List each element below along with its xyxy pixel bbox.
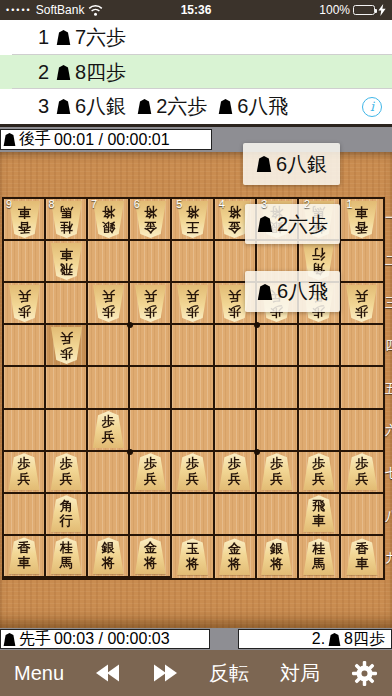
- sente-clock-bar: 先手 00:03 / 00:00:03 2. 8四歩: [0, 628, 392, 650]
- square-72[interactable]: [88, 241, 130, 283]
- square-79[interactable]: 銀将: [88, 536, 130, 578]
- square-55[interactable]: [172, 367, 214, 409]
- piece-kanji: 歩: [312, 456, 325, 471]
- piece-kanji: 歩: [144, 304, 157, 319]
- piece-kanji: 兵: [60, 471, 73, 486]
- square-61[interactable]: 金将: [130, 199, 172, 241]
- current-move-display: 2. 8四歩: [238, 629, 392, 649]
- square-68[interactable]: [130, 494, 172, 536]
- piece-kanji: 行: [60, 513, 73, 528]
- piece-香車-gote[interactable]: 香車: [8, 201, 41, 238]
- star-point: [254, 322, 260, 328]
- bottom-toolbar: Menu 反転 対局: [0, 650, 392, 696]
- piece-歩兵-gote[interactable]: 歩兵: [134, 285, 167, 322]
- square-83[interactable]: [46, 283, 88, 325]
- piece-kanji: 将: [270, 556, 283, 571]
- piece-kanji: 香: [355, 220, 368, 235]
- piece-kanji: 歩: [186, 456, 199, 471]
- piece-歩兵-sente[interactable]: 歩兵: [345, 453, 378, 490]
- piece-桂馬-gote[interactable]: 桂馬: [50, 201, 83, 238]
- piece-王将-gote[interactable]: 王将: [176, 201, 209, 238]
- star-point: [127, 449, 133, 455]
- square-34[interactable]: [257, 325, 299, 367]
- gote-piece-icon: [328, 632, 341, 647]
- piece-歩兵-sente[interactable]: 歩兵: [50, 453, 83, 490]
- piece-金将-gote[interactable]: 金将: [134, 201, 167, 238]
- piece-kanji: 銀: [102, 220, 115, 235]
- piece-kanji: 将: [102, 555, 115, 570]
- move-number: 3: [38, 95, 51, 118]
- piece-kanji: 桂: [312, 541, 325, 556]
- piece-kanji: 兵: [186, 471, 199, 486]
- piece-香車-sente[interactable]: 香車: [345, 538, 378, 575]
- piece-kanji: 兵: [355, 471, 368, 486]
- piece-金将-sente[interactable]: 金将: [134, 537, 167, 574]
- piece-歩兵-gote[interactable]: 歩兵: [176, 285, 209, 322]
- square-66[interactable]: [130, 410, 172, 452]
- square-86[interactable]: [46, 410, 88, 452]
- square-48[interactable]: [215, 494, 257, 536]
- move-text: 6八飛: [237, 93, 288, 120]
- square-81[interactable]: 桂馬: [46, 199, 88, 241]
- piece-銀将-gote[interactable]: 銀将: [92, 201, 125, 238]
- piece-歩兵-sente[interactable]: 歩兵: [176, 453, 209, 490]
- move-row-3-candidates[interactable]: 3 6八銀 2六歩 6八飛 i: [0, 89, 392, 124]
- piece-kanji: 兵: [18, 471, 31, 486]
- piece-kanji: 金: [228, 220, 241, 235]
- square-27[interactable]: 歩兵: [299, 452, 341, 494]
- square-84[interactable]: 歩兵: [46, 325, 88, 367]
- piece-kanji: 馬: [60, 205, 73, 220]
- piece-歩兵-sente[interactable]: 歩兵: [92, 411, 125, 448]
- sente-piece-icon: [256, 155, 272, 173]
- piece-kanji: 歩: [228, 456, 241, 471]
- settings-button[interactable]: [351, 660, 378, 687]
- piece-kanji: 将: [228, 205, 241, 220]
- sente-time: 00:03 / 00:00:03: [54, 630, 170, 648]
- sente-piece-icon: [218, 98, 233, 115]
- move-tooltip-68hi: 6八飛: [245, 271, 340, 312]
- sente-piece-icon: [56, 29, 71, 46]
- piece-歩兵-sente[interactable]: 歩兵: [260, 453, 293, 490]
- piece-kanji: 歩: [228, 304, 241, 319]
- gote-piece-icon: [3, 132, 16, 147]
- shogi-app-screen: ••••• SoftBank 15:36 100% 1 7六歩: [0, 0, 392, 696]
- piece-kanji: 金: [144, 540, 157, 555]
- piece-kanji: 玉: [186, 541, 199, 556]
- square-18[interactable]: [341, 494, 383, 536]
- piece-kanji: 歩: [60, 456, 73, 471]
- square-16[interactable]: [341, 410, 383, 452]
- piece-kanji: 歩: [102, 414, 115, 429]
- piece-kanji: 兵: [355, 289, 368, 304]
- piece-kanji: 歩: [270, 456, 283, 471]
- piece-kanji: 兵: [144, 471, 157, 486]
- piece-kanji: 桂: [60, 540, 73, 555]
- fast-forward-button[interactable]: [152, 664, 178, 682]
- square-11[interactable]: 香車: [341, 199, 383, 241]
- move-text: 6八銀: [75, 93, 126, 120]
- piece-kanji: 行: [312, 247, 325, 262]
- piece-kanji: 歩: [102, 304, 115, 319]
- square-92[interactable]: [4, 241, 46, 283]
- current-move-number: 2.: [312, 630, 325, 648]
- piece-kanji: 歩: [18, 456, 31, 471]
- square-95[interactable]: [4, 367, 46, 409]
- piece-香車-gote[interactable]: 香車: [345, 201, 378, 238]
- piece-歩兵-gote[interactable]: 歩兵: [50, 327, 83, 364]
- piece-kanji: 歩: [355, 456, 368, 471]
- piece-歩兵-gote[interactable]: 歩兵: [8, 285, 41, 322]
- move-text: 8四歩: [75, 59, 126, 86]
- square-56[interactable]: [172, 410, 214, 452]
- square-12[interactable]: [341, 241, 383, 283]
- square-97[interactable]: 歩兵: [4, 452, 46, 494]
- piece-kanji: 兵: [228, 471, 241, 486]
- sente-piece-icon: [257, 215, 273, 233]
- square-36[interactable]: [257, 410, 299, 452]
- piece-歩兵-sente[interactable]: 歩兵: [134, 453, 167, 490]
- tooltip-text: 6八銀: [276, 151, 327, 178]
- square-82[interactable]: 飛車: [46, 241, 88, 283]
- square-28[interactable]: 飛車: [299, 494, 341, 536]
- piece-飛車-sente[interactable]: 飛車: [302, 495, 335, 532]
- piece-kanji: 車: [18, 555, 31, 570]
- move-tooltip-68gin: 6八銀: [243, 143, 340, 185]
- piece-kanji: 王: [186, 220, 199, 235]
- square-74[interactable]: [88, 325, 130, 367]
- carrier-label: SoftBank: [36, 3, 85, 17]
- square-63[interactable]: 歩兵: [130, 283, 172, 325]
- move-list: 1 7六歩 2 8四歩 3 6八銀 2六歩: [0, 20, 392, 124]
- square-45[interactable]: [215, 367, 257, 409]
- square-25[interactable]: [299, 367, 341, 409]
- gote-time: 00:01 / 00:00:01: [54, 131, 170, 149]
- piece-香車-sente[interactable]: 香車: [8, 537, 41, 574]
- square-64[interactable]: [130, 325, 172, 367]
- piece-kanji: 兵: [312, 471, 325, 486]
- gote-clock: 後手 00:01 / 00:00:01: [0, 129, 212, 150]
- sente-piece-icon: [257, 283, 273, 301]
- square-13[interactable]: 歩兵: [341, 283, 383, 325]
- gear-icon: [351, 660, 378, 687]
- move-number: 2: [38, 61, 51, 84]
- board: 香車桂馬銀将金将王将金将銀将桂馬香車飛車角行歩兵歩兵歩兵歩兵歩兵歩兵歩兵歩兵歩兵…: [2, 197, 385, 580]
- piece-玉将-sente[interactable]: 玉将: [176, 538, 209, 575]
- piece-kanji: 将: [144, 555, 157, 570]
- square-91[interactable]: 香車: [4, 199, 46, 241]
- square-71[interactable]: 銀将: [88, 199, 130, 241]
- square-17[interactable]: 歩兵: [341, 452, 383, 494]
- move-row-2-selected[interactable]: 2 8四歩: [0, 55, 392, 90]
- battery-percent: 100%: [319, 3, 350, 17]
- battery-icon: [353, 5, 375, 15]
- piece-kanji: 歩: [186, 304, 199, 319]
- star-point: [127, 322, 133, 328]
- piece-kanji: 銀: [102, 540, 115, 555]
- piece-kanji: 金: [228, 541, 241, 556]
- tooltip-text: 2六歩: [277, 211, 328, 238]
- piece-kanji: 兵: [60, 331, 73, 346]
- square-51[interactable]: 王将: [172, 199, 214, 241]
- square-88[interactable]: 角行: [46, 494, 88, 536]
- charging-bolt-icon: [378, 4, 386, 16]
- square-67[interactable]: 歩兵: [130, 452, 172, 494]
- square-39[interactable]: 銀将: [257, 536, 299, 578]
- square-52[interactable]: [172, 241, 214, 283]
- piece-kanji: 将: [102, 205, 115, 220]
- square-38[interactable]: [257, 494, 299, 536]
- piece-歩兵-sente[interactable]: 歩兵: [8, 453, 41, 490]
- square-54[interactable]: [172, 325, 214, 367]
- square-49[interactable]: 金将: [215, 536, 257, 578]
- sente-label: 先手: [19, 629, 51, 650]
- piece-kanji: 飛: [312, 498, 325, 513]
- square-98[interactable]: [4, 494, 46, 536]
- square-73[interactable]: 歩兵: [88, 283, 130, 325]
- status-bar: ••••• SoftBank 15:36 100%: [0, 0, 392, 20]
- piece-歩兵-sente[interactable]: 歩兵: [302, 453, 335, 490]
- square-19[interactable]: 香車: [341, 536, 383, 578]
- piece-kanji: 金: [144, 220, 157, 235]
- square-24[interactable]: [299, 325, 341, 367]
- wifi-icon: [88, 5, 103, 16]
- star-point: [254, 449, 260, 455]
- square-47[interactable]: 歩兵: [215, 452, 257, 494]
- square-96[interactable]: [4, 410, 46, 452]
- piece-kanji: 歩: [60, 346, 73, 361]
- gote-piece-icon: [56, 64, 71, 81]
- square-87[interactable]: 歩兵: [46, 452, 88, 494]
- move-tooltip-26fu: 2六歩: [245, 204, 340, 244]
- menu-button[interactable]: Menu: [14, 662, 64, 685]
- rewind-icon: [95, 664, 121, 682]
- square-75[interactable]: [88, 367, 130, 409]
- sente-clock: 先手 00:03 / 00:00:03: [0, 629, 210, 649]
- piece-kanji: 車: [18, 205, 31, 220]
- piece-kanji: 兵: [186, 289, 199, 304]
- square-58[interactable]: [172, 494, 214, 536]
- piece-歩兵-gote[interactable]: 歩兵: [92, 285, 125, 322]
- square-77[interactable]: [88, 452, 130, 494]
- square-26[interactable]: [299, 410, 341, 452]
- piece-kanji: 車: [355, 556, 368, 571]
- piece-kanji: 角: [60, 498, 73, 513]
- flip-board-button[interactable]: 反転: [209, 660, 249, 687]
- square-59[interactable]: 玉将: [172, 536, 214, 578]
- square-89[interactable]: 桂馬: [46, 536, 88, 578]
- sente-piece-icon: [3, 632, 16, 647]
- piece-kanji: 兵: [228, 289, 241, 304]
- piece-銀将-sente[interactable]: 銀将: [92, 537, 125, 574]
- piece-kanji: 馬: [60, 555, 73, 570]
- move-text: 7六歩: [75, 24, 126, 51]
- sente-piece-icon: [56, 98, 71, 115]
- square-69[interactable]: 金将: [130, 536, 172, 578]
- piece-kanji: 兵: [270, 471, 283, 486]
- piece-kanji: 歩: [18, 304, 31, 319]
- piece-銀将-sente[interactable]: 銀将: [260, 538, 293, 575]
- piece-桂馬-sente[interactable]: 桂馬: [50, 537, 83, 574]
- piece-kanji: 将: [186, 556, 199, 571]
- square-44[interactable]: [215, 325, 257, 367]
- piece-桂馬-sente[interactable]: 桂馬: [302, 538, 335, 575]
- move-number: 1: [38, 26, 51, 49]
- piece-kanji: 兵: [102, 429, 115, 444]
- square-35[interactable]: [257, 367, 299, 409]
- move-text: 2六歩: [156, 93, 207, 120]
- piece-kanji: 車: [60, 247, 73, 262]
- square-65[interactable]: [130, 367, 172, 409]
- sente-piece-icon: [137, 98, 152, 115]
- piece-kanji: 将: [144, 205, 157, 220]
- piece-kanji: 兵: [144, 289, 157, 304]
- piece-kanji: 銀: [270, 541, 283, 556]
- square-94[interactable]: [4, 325, 46, 367]
- tooltip-text: 6八飛: [277, 278, 328, 305]
- piece-飛車-gote[interactable]: 飛車: [50, 243, 83, 280]
- square-76[interactable]: 歩兵: [88, 410, 130, 452]
- square-85[interactable]: [46, 367, 88, 409]
- rewind-button[interactable]: [95, 664, 121, 682]
- piece-kanji: 兵: [18, 289, 31, 304]
- piece-kanji: 香: [355, 541, 368, 556]
- signal-strength-dots: •••••: [6, 6, 32, 15]
- piece-kanji: 歩: [355, 304, 368, 319]
- piece-kanji: 香: [18, 540, 31, 555]
- square-14[interactable]: [341, 325, 383, 367]
- piece-kanji: 飛: [60, 262, 73, 277]
- square-29[interactable]: 桂馬: [299, 536, 341, 578]
- square-78[interactable]: [88, 494, 130, 536]
- square-93[interactable]: 歩兵: [4, 283, 46, 325]
- piece-kanji: 香: [18, 220, 31, 235]
- current-move-text: 8四歩: [344, 629, 385, 650]
- piece-歩兵-gote[interactable]: 歩兵: [345, 285, 378, 322]
- square-37[interactable]: 歩兵: [257, 452, 299, 494]
- square-57[interactable]: 歩兵: [172, 452, 214, 494]
- piece-kanji: 兵: [102, 289, 115, 304]
- square-15[interactable]: [341, 367, 383, 409]
- piece-kanji: 将: [186, 205, 199, 220]
- square-62[interactable]: [130, 241, 172, 283]
- fast-forward-icon: [152, 664, 178, 682]
- square-99[interactable]: 香車: [4, 536, 46, 578]
- move-row-1[interactable]: 1 7六歩: [0, 20, 392, 55]
- piece-金将-sente[interactable]: 金将: [218, 538, 251, 575]
- piece-kanji: 車: [312, 513, 325, 528]
- piece-kanji: 車: [355, 205, 368, 220]
- new-game-button[interactable]: 対局: [280, 660, 320, 687]
- piece-kanji: 桂: [60, 220, 73, 235]
- piece-kanji: 馬: [312, 556, 325, 571]
- square-46[interactable]: [215, 410, 257, 452]
- info-icon[interactable]: i: [362, 97, 382, 117]
- square-53[interactable]: 歩兵: [172, 283, 214, 325]
- piece-歩兵-sente[interactable]: 歩兵: [218, 453, 251, 490]
- piece-kanji: 将: [228, 556, 241, 571]
- piece-角行-sente[interactable]: 角行: [50, 495, 83, 532]
- gote-label: 後手: [19, 129, 51, 150]
- piece-kanji: 歩: [144, 456, 157, 471]
